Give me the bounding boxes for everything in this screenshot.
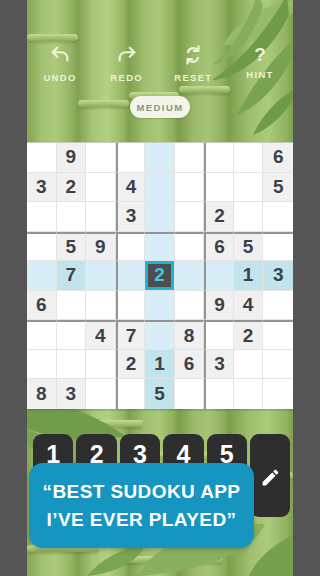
cell-r7c8[interactable]: 2 — [234, 320, 264, 350]
promo-banner: “BEST SUDOKU APP I’VE EVER PLAYED” — [29, 463, 254, 548]
cell-r8c2[interactable] — [57, 350, 87, 380]
sudoku-app-screen: UNDO REDO RESET ? HINT MEDIUM — [27, 0, 293, 576]
hint-label: HINT — [246, 69, 273, 80]
cell-r9c8[interactable] — [234, 379, 264, 409]
cell-r4c6[interactable] — [175, 232, 205, 262]
cell-r2c4[interactable]: 4 — [116, 173, 146, 203]
cell-r1c7[interactable] — [204, 143, 234, 173]
cell-r3c8[interactable] — [234, 202, 264, 232]
cell-r3c2[interactable] — [57, 202, 87, 232]
cell-r3c1[interactable] — [27, 202, 57, 232]
cell-r4c5[interactable] — [145, 232, 175, 262]
cell-r3c9[interactable] — [263, 202, 293, 232]
cell-r3c4[interactable]: 3 — [116, 202, 146, 232]
cell-r5c6[interactable] — [175, 261, 205, 291]
cell-r7c4[interactable]: 7 — [116, 320, 146, 350]
cell-r5c2[interactable]: 7 — [57, 261, 87, 291]
cell-r1c5[interactable] — [145, 143, 175, 173]
pencil-button[interactable] — [250, 434, 290, 517]
reset-button[interactable]: RESET — [165, 44, 221, 83]
undo-button[interactable]: UNDO — [32, 44, 88, 83]
cell-r9c1[interactable]: 8 — [27, 379, 57, 409]
cell-r5c7[interactable] — [204, 261, 234, 291]
cell-r6c7[interactable]: 9 — [204, 291, 234, 321]
cell-r1c3[interactable] — [86, 143, 116, 173]
sudoku-grid: 963245325965721369447822163835 — [27, 142, 293, 409]
undo-label: UNDO — [43, 72, 76, 83]
cell-r7c6[interactable]: 8 — [175, 320, 205, 350]
cell-r6c9[interactable] — [263, 291, 293, 321]
difficulty-badge[interactable]: MEDIUM — [130, 96, 190, 118]
cell-r9c3[interactable] — [86, 379, 116, 409]
cell-r2c2[interactable]: 2 — [57, 173, 87, 203]
cell-r8c8[interactable] — [234, 350, 264, 380]
hint-button[interactable]: ? HINT — [232, 44, 288, 83]
cell-r8c6[interactable]: 6 — [175, 350, 205, 380]
cell-r1c6[interactable] — [175, 143, 205, 173]
cell-r8c4[interactable]: 2 — [116, 350, 146, 380]
cell-r9c4[interactable] — [116, 379, 146, 409]
cell-r3c7[interactable]: 2 — [204, 202, 234, 232]
cell-r1c8[interactable] — [234, 143, 264, 173]
cell-r7c5[interactable] — [145, 320, 175, 350]
cell-r7c9[interactable] — [263, 320, 293, 350]
reset-label: RESET — [174, 72, 212, 83]
cell-r2c7[interactable] — [204, 173, 234, 203]
cell-r8c3[interactable] — [86, 350, 116, 380]
cell-r4c3[interactable]: 9 — [86, 232, 116, 262]
cell-r3c3[interactable] — [86, 202, 116, 232]
cell-r6c6[interactable] — [175, 291, 205, 321]
redo-button[interactable]: REDO — [99, 44, 155, 83]
cell-r5c1[interactable] — [27, 261, 57, 291]
cell-r6c3[interactable] — [86, 291, 116, 321]
redo-label: REDO — [110, 72, 143, 83]
cell-r9c5[interactable]: 5 — [145, 379, 175, 409]
cell-r7c3[interactable]: 4 — [86, 320, 116, 350]
cell-r4c9[interactable] — [263, 232, 293, 262]
cell-r5c9[interactable]: 3 — [263, 261, 293, 291]
cell-r2c8[interactable] — [234, 173, 264, 203]
cell-r2c3[interactable] — [86, 173, 116, 203]
cell-r4c7[interactable]: 6 — [204, 232, 234, 262]
pencil-icon — [260, 465, 281, 494]
cell-r5c3[interactable] — [86, 261, 116, 291]
cell-r1c2[interactable]: 9 — [57, 143, 87, 173]
cell-r5c5[interactable]: 2 — [145, 261, 175, 291]
promo-line-1: “BEST SUDOKU APP — [29, 478, 254, 506]
cell-r1c4[interactable] — [116, 143, 146, 173]
cell-r3c6[interactable] — [175, 202, 205, 232]
cell-r7c7[interactable] — [204, 320, 234, 350]
reset-icon — [181, 44, 205, 69]
cell-r7c1[interactable] — [27, 320, 57, 350]
cell-r6c8[interactable]: 4 — [234, 291, 264, 321]
cell-r2c9[interactable]: 5 — [263, 173, 293, 203]
cell-r4c8[interactable]: 5 — [234, 232, 264, 262]
cell-r9c9[interactable] — [263, 379, 293, 409]
cell-r9c2[interactable]: 3 — [57, 379, 87, 409]
cell-r4c4[interactable] — [116, 232, 146, 262]
promo-line-2: I’VE EVER PLAYED” — [29, 506, 254, 534]
cell-r5c4[interactable] — [116, 261, 146, 291]
cell-r6c4[interactable] — [116, 291, 146, 321]
cell-r9c7[interactable] — [204, 379, 234, 409]
cell-r4c2[interactable]: 5 — [57, 232, 87, 262]
cell-r2c6[interactable] — [175, 173, 205, 203]
cell-r7c2[interactable] — [57, 320, 87, 350]
cell-r9c6[interactable] — [175, 379, 205, 409]
cell-r5c8[interactable]: 1 — [234, 261, 264, 291]
cell-r4c1[interactable] — [27, 232, 57, 262]
toolbar: UNDO REDO RESET ? HINT — [27, 44, 293, 83]
cell-r2c5[interactable] — [145, 173, 175, 203]
cell-r8c9[interactable] — [263, 350, 293, 380]
cell-r8c7[interactable]: 3 — [204, 350, 234, 380]
cell-r8c1[interactable] — [27, 350, 57, 380]
cell-r6c1[interactable]: 6 — [27, 291, 57, 321]
undo-icon — [48, 44, 72, 69]
cell-r1c9[interactable]: 6 — [263, 143, 293, 173]
cell-r3c5[interactable] — [145, 202, 175, 232]
cell-r1c1[interactable] — [27, 143, 57, 173]
cell-r8c5[interactable]: 1 — [145, 350, 175, 380]
hint-icon: ? — [254, 44, 266, 66]
cell-r2c1[interactable]: 3 — [27, 173, 57, 203]
cell-r6c5[interactable] — [145, 291, 175, 321]
redo-icon — [115, 44, 139, 69]
cell-r6c2[interactable] — [57, 291, 87, 321]
